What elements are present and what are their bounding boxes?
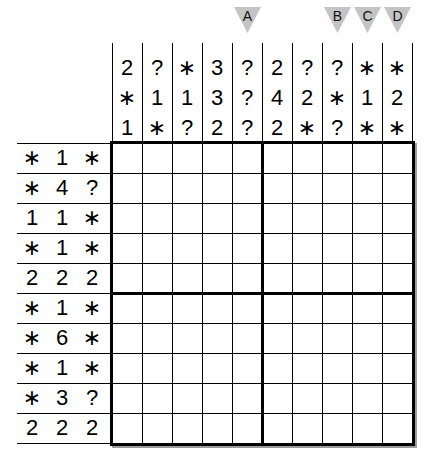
grid-cell[interactable] — [113, 414, 143, 444]
column-clue-value: ∗ — [382, 53, 412, 83]
row-clue-group: ∗1∗ — [17, 293, 107, 323]
grid-cell[interactable] — [203, 294, 233, 324]
grid-cell[interactable] — [353, 384, 383, 414]
grid-cell[interactable] — [173, 204, 203, 234]
marker-triangle-b-icon: B — [324, 7, 351, 33]
grid-cell[interactable] — [203, 234, 233, 264]
column-clues: 2∗1?1∗∗1?332???242?2∗?∗?∗1∗∗2∗ — [112, 43, 413, 143]
row-clue-value: 1 — [17, 203, 47, 233]
grid-cell[interactable] — [383, 384, 413, 414]
grid-cell[interactable] — [293, 144, 323, 174]
row-clue-value: ∗ — [17, 173, 47, 203]
grid-cell[interactable] — [383, 294, 413, 324]
grid-cell[interactable] — [113, 264, 143, 294]
row-clue-value: ∗ — [77, 233, 107, 263]
grid-cell[interactable] — [293, 174, 323, 204]
column-clue-value: 3 — [202, 83, 232, 113]
grid-cell[interactable] — [293, 264, 323, 294]
grid-cell[interactable] — [323, 234, 353, 264]
grid-cell[interactable] — [113, 354, 143, 384]
grid-cell[interactable] — [233, 264, 263, 294]
grid-cell[interactable] — [203, 204, 233, 234]
grid-cell[interactable] — [263, 174, 293, 204]
column-clue-value: 4 — [262, 83, 292, 113]
column-clue-value: ∗ — [382, 113, 412, 143]
row-clue-value: 2 — [47, 413, 77, 443]
grid-cell[interactable] — [143, 294, 173, 324]
grid-cell[interactable] — [353, 324, 383, 354]
row-clue-value: 2 — [77, 413, 107, 443]
grid-cell[interactable] — [203, 354, 233, 384]
row-clue-value: ? — [77, 173, 107, 203]
marker-triangle-d-icon: D — [384, 7, 411, 33]
grid-cell[interactable] — [323, 414, 353, 444]
grid-cell[interactable] — [233, 204, 263, 234]
grid-cell[interactable] — [263, 204, 293, 234]
grid-cell[interactable] — [293, 324, 323, 354]
grid-cell[interactable] — [293, 294, 323, 324]
grid-cell[interactable] — [113, 204, 143, 234]
row-clue-value: 1 — [47, 203, 77, 233]
grid-cell[interactable] — [143, 234, 173, 264]
marker-label: D — [384, 9, 411, 23]
grid-cell[interactable] — [173, 294, 203, 324]
grid-cell[interactable] — [143, 354, 173, 384]
grid-cell[interactable] — [383, 144, 413, 174]
grid-cell[interactable] — [143, 144, 173, 174]
row-clue-value: 6 — [47, 323, 77, 353]
grid-cell[interactable] — [173, 264, 203, 294]
grid-cell[interactable] — [233, 384, 263, 414]
column-clue-value: ? — [322, 53, 352, 83]
grid-cell[interactable] — [293, 354, 323, 384]
grid-cell[interactable] — [203, 384, 233, 414]
row-clue-value: 2 — [17, 263, 47, 293]
grid-cell[interactable] — [383, 354, 413, 384]
marker-triangle-c-icon: C — [354, 7, 381, 33]
grid-cell[interactable] — [143, 414, 173, 444]
marker-label: C — [354, 9, 381, 23]
grid-cell[interactable] — [233, 234, 263, 264]
grid-cell[interactable] — [323, 384, 353, 414]
column-clue-value: ? — [142, 53, 172, 83]
column-clue-stack: ∗2∗ — [382, 43, 412, 143]
grid-cell[interactable] — [263, 294, 293, 324]
column-clue-value: ∗ — [352, 113, 382, 143]
grid-cell[interactable] — [383, 264, 413, 294]
column-clue-stack: ?1∗ — [142, 43, 172, 143]
grid-cell[interactable] — [113, 384, 143, 414]
row-clue-value: 2 — [17, 413, 47, 443]
grid-cell[interactable] — [263, 144, 293, 174]
grid-cell[interactable] — [293, 414, 323, 444]
column-clue-stack: ∗1? — [172, 43, 202, 143]
row-clue-value: ∗ — [77, 143, 107, 173]
grid-cell[interactable] — [113, 174, 143, 204]
column-clue-value: 2 — [112, 53, 142, 83]
column-clue-value: ? — [232, 83, 262, 113]
column-clue-stack: ??? — [232, 43, 262, 143]
column-clue-value: 2 — [292, 83, 322, 113]
column-clue-value: 1 — [172, 83, 202, 113]
grid-cell[interactable] — [263, 414, 293, 444]
grid-cell[interactable] — [263, 354, 293, 384]
column-clue-value: ∗ — [172, 53, 202, 83]
row-clue-value: ∗ — [77, 323, 107, 353]
grid-cell[interactable] — [173, 414, 203, 444]
grid-cell[interactable] — [173, 144, 203, 174]
grid-cell[interactable] — [143, 324, 173, 354]
puzzle-board: ABCD 2∗1?1∗∗1?332???242?2∗?∗?∗1∗∗2∗ ∗1∗∗… — [0, 0, 435, 469]
row-clue-value: ∗ — [17, 233, 47, 263]
row-clue-value: 4 — [47, 173, 77, 203]
grid-cell[interactable] — [353, 174, 383, 204]
grid-cell[interactable] — [173, 384, 203, 414]
column-clue-value: 3 — [202, 53, 232, 83]
grid-cell[interactable] — [233, 174, 263, 204]
row-clue-group: 11∗ — [17, 203, 107, 233]
grid-cell[interactable] — [143, 264, 173, 294]
grid-cell[interactable] — [113, 144, 143, 174]
grid-cell[interactable] — [143, 204, 173, 234]
grid-cell[interactable] — [203, 324, 233, 354]
row-clue-value: ? — [77, 383, 107, 413]
grid-cell[interactable] — [293, 204, 323, 234]
row-clue-group: ∗6∗ — [17, 323, 107, 353]
column-clue-stack: ∗1∗ — [352, 43, 382, 143]
column-clue-stack: 2∗1 — [112, 43, 142, 143]
grid-cell[interactable] — [203, 264, 233, 294]
grid-cell[interactable] — [293, 384, 323, 414]
column-clue-value: ∗ — [142, 113, 172, 143]
grid-cell[interactable] — [323, 174, 353, 204]
row-clue-value: 1 — [47, 353, 77, 383]
grid-cell[interactable] — [233, 414, 263, 444]
grid-cell[interactable] — [263, 324, 293, 354]
grid-cell[interactable] — [353, 144, 383, 174]
column-clue-value: ? — [232, 53, 262, 83]
column-clue-value: 2 — [202, 113, 232, 143]
row-clue-value: 1 — [47, 233, 77, 263]
grid-cell[interactable] — [353, 294, 383, 324]
grid-cell[interactable] — [383, 174, 413, 204]
column-clue-stack: 242 — [262, 43, 292, 143]
marker-label: B — [324, 9, 351, 23]
grid-cell[interactable] — [383, 414, 413, 444]
column-clue-value: 1 — [352, 83, 382, 113]
grid-cell[interactable] — [113, 234, 143, 264]
grid-cell[interactable] — [293, 234, 323, 264]
row-clue-value: 2 — [77, 263, 107, 293]
row-clue-group: ∗1∗ — [17, 353, 107, 383]
grid-cell[interactable] — [143, 174, 173, 204]
grid-cell[interactable] — [323, 324, 353, 354]
row-clue-value: ∗ — [77, 203, 107, 233]
row-clue-value: ∗ — [17, 143, 47, 173]
column-clue-value: ? — [172, 113, 202, 143]
row-clues: ∗1∗∗4?11∗∗1∗222∗1∗∗6∗∗1∗∗3?222 — [17, 143, 112, 444]
grid-cell[interactable] — [233, 294, 263, 324]
grid-cell[interactable] — [173, 354, 203, 384]
grid-cell[interactable] — [353, 414, 383, 444]
grid-cell[interactable] — [203, 144, 233, 174]
puzzle-grid — [112, 143, 413, 444]
column-clue-value: ? — [322, 113, 352, 143]
column-clue-value: 2 — [382, 83, 412, 113]
grid-cell[interactable] — [263, 384, 293, 414]
grid-cell[interactable] — [323, 144, 353, 174]
row-clue-group: ∗1∗ — [17, 143, 107, 173]
grid-cell[interactable] — [203, 414, 233, 444]
column-clue-stack: 332 — [202, 43, 232, 143]
column-clue-value: 2 — [262, 53, 292, 83]
row-clue-group: 222 — [17, 413, 107, 443]
grid-cell[interactable] — [353, 234, 383, 264]
grid-cell[interactable] — [383, 324, 413, 354]
column-clue-value: ∗ — [112, 83, 142, 113]
grid-cell[interactable] — [233, 354, 263, 384]
grid-cell[interactable] — [323, 354, 353, 384]
column-clue-value: 1 — [112, 113, 142, 143]
grid-cell[interactable] — [353, 354, 383, 384]
row-clue-group: ∗4? — [17, 173, 107, 203]
row-clue-value: 1 — [47, 143, 77, 173]
row-clue-value: 3 — [47, 383, 77, 413]
row-clue-value: 1 — [47, 293, 77, 323]
row-clue-value: ∗ — [17, 323, 47, 353]
grid-cell[interactable] — [173, 234, 203, 264]
grid-cell[interactable] — [203, 174, 233, 204]
grid-cell[interactable] — [113, 294, 143, 324]
grid-cell[interactable] — [233, 144, 263, 174]
row-clue-value: ∗ — [77, 353, 107, 383]
column-clue-stack: ?2∗ — [292, 43, 322, 143]
grid-cell[interactable] — [173, 324, 203, 354]
grid-cell[interactable] — [353, 264, 383, 294]
column-clue-value: ∗ — [352, 53, 382, 83]
grid-cell[interactable] — [263, 234, 293, 264]
marker-label: A — [234, 9, 261, 23]
grid-cell[interactable] — [113, 324, 143, 354]
column-clue-value: 1 — [142, 83, 172, 113]
grid-cell[interactable] — [383, 204, 413, 234]
row-clue-value: ∗ — [17, 353, 47, 383]
grid-cell[interactable] — [323, 294, 353, 324]
grid-cell[interactable] — [323, 204, 353, 234]
row-clue-group: ∗1∗ — [17, 233, 107, 263]
column-clue-value: ∗ — [292, 113, 322, 143]
row-clue-value: ∗ — [17, 293, 47, 323]
row-clue-group: ∗3? — [17, 383, 107, 413]
grid-cell[interactable] — [263, 264, 293, 294]
grid-cell[interactable] — [353, 204, 383, 234]
row-clue-value: 2 — [47, 263, 77, 293]
column-clue-stack: ?∗? — [322, 43, 352, 143]
column-clue-value: ? — [232, 113, 262, 143]
row-clue-group: 222 — [17, 263, 107, 293]
grid-cell[interactable] — [323, 264, 353, 294]
grid-cell[interactable] — [173, 174, 203, 204]
grid-cell[interactable] — [233, 324, 263, 354]
column-clue-value: ∗ — [322, 83, 352, 113]
column-clue-value: 2 — [262, 113, 292, 143]
column-clue-value: ? — [292, 53, 322, 83]
grid-cell[interactable] — [383, 234, 413, 264]
marker-triangle-a-icon: A — [234, 7, 261, 33]
row-clue-value: ∗ — [17, 383, 47, 413]
grid-cell[interactable] — [143, 384, 173, 414]
row-clue-value: ∗ — [77, 293, 107, 323]
